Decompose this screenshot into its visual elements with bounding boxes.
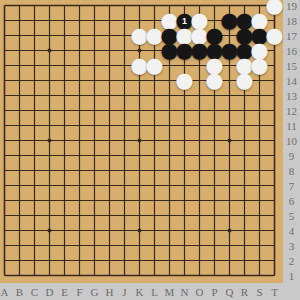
intersection-T13[interactable] xyxy=(267,88,282,103)
intersection-P4[interactable] xyxy=(207,223,222,238)
intersection-O4[interactable] xyxy=(192,223,207,238)
intersection-B19[interactable] xyxy=(12,0,27,13)
intersection-D1[interactable] xyxy=(42,268,57,283)
intersection-N17[interactable]: ● xyxy=(177,28,192,43)
intersection-N16[interactable]: ● xyxy=(177,43,192,58)
intersection-P14[interactable]: ● xyxy=(207,73,222,88)
intersection-M6[interactable] xyxy=(162,193,177,208)
intersection-S9[interactable] xyxy=(252,148,267,163)
intersection-T5[interactable] xyxy=(267,208,282,223)
intersection-S1[interactable] xyxy=(252,268,267,283)
intersection-E15[interactable] xyxy=(57,58,72,73)
intersection-E18[interactable] xyxy=(57,13,72,28)
intersection-M12[interactable] xyxy=(162,103,177,118)
intersection-J13[interactable] xyxy=(117,88,132,103)
intersection-A7[interactable] xyxy=(0,178,12,193)
intersection-S5[interactable] xyxy=(252,208,267,223)
intersection-A6[interactable] xyxy=(0,193,12,208)
intersection-D19[interactable] xyxy=(42,0,57,13)
intersection-C2[interactable] xyxy=(27,253,42,268)
intersection-A19[interactable] xyxy=(0,0,12,13)
intersection-K8[interactable] xyxy=(132,163,147,178)
intersection-C18[interactable] xyxy=(27,13,42,28)
intersection-L6[interactable] xyxy=(147,193,162,208)
intersection-R4[interactable] xyxy=(237,223,252,238)
intersection-E6[interactable] xyxy=(57,193,72,208)
intersection-D10[interactable] xyxy=(42,133,57,148)
intersection-F9[interactable] xyxy=(72,148,87,163)
intersection-S19[interactable] xyxy=(252,0,267,13)
intersection-S11[interactable] xyxy=(252,118,267,133)
intersection-B18[interactable] xyxy=(12,13,27,28)
intersection-N19[interactable] xyxy=(177,0,192,13)
intersection-J16[interactable] xyxy=(117,43,132,58)
intersection-A15[interactable] xyxy=(0,58,12,73)
intersection-F11[interactable] xyxy=(72,118,87,133)
intersection-Q16[interactable]: ● xyxy=(222,43,237,58)
intersection-H10[interactable] xyxy=(102,133,117,148)
intersection-C17[interactable] xyxy=(27,28,42,43)
intersection-D11[interactable] xyxy=(42,118,57,133)
intersection-N6[interactable] xyxy=(177,193,192,208)
intersection-D4[interactable] xyxy=(42,223,57,238)
intersection-O7[interactable] xyxy=(192,178,207,193)
intersection-R1[interactable] xyxy=(237,268,252,283)
intersection-J19[interactable] xyxy=(117,0,132,13)
intersection-S3[interactable] xyxy=(252,238,267,253)
intersection-B16[interactable] xyxy=(12,43,27,58)
intersection-N1[interactable] xyxy=(177,268,192,283)
intersection-T4[interactable] xyxy=(267,223,282,238)
intersection-J15[interactable] xyxy=(117,58,132,73)
intersection-D7[interactable] xyxy=(42,178,57,193)
intersection-C7[interactable] xyxy=(27,178,42,193)
intersection-L11[interactable] xyxy=(147,118,162,133)
intersection-P18[interactable] xyxy=(207,13,222,28)
intersection-G6[interactable] xyxy=(87,193,102,208)
intersection-M11[interactable] xyxy=(162,118,177,133)
intersection-L3[interactable] xyxy=(147,238,162,253)
intersection-D8[interactable] xyxy=(42,163,57,178)
intersection-C1[interactable] xyxy=(27,268,42,283)
intersection-A11[interactable] xyxy=(0,118,12,133)
intersection-M19[interactable] xyxy=(162,0,177,13)
intersection-T1[interactable] xyxy=(267,268,282,283)
intersection-D6[interactable] xyxy=(42,193,57,208)
intersection-M2[interactable] xyxy=(162,253,177,268)
intersection-T7[interactable] xyxy=(267,178,282,193)
intersection-B9[interactable] xyxy=(12,148,27,163)
intersection-H4[interactable] xyxy=(102,223,117,238)
intersection-J18[interactable] xyxy=(117,13,132,28)
intersection-D3[interactable] xyxy=(42,238,57,253)
intersection-H9[interactable] xyxy=(102,148,117,163)
intersection-B15[interactable] xyxy=(12,58,27,73)
intersection-G17[interactable] xyxy=(87,28,102,43)
intersection-Q5[interactable] xyxy=(222,208,237,223)
intersection-G19[interactable] xyxy=(87,0,102,13)
intersection-N9[interactable] xyxy=(177,148,192,163)
intersection-E13[interactable] xyxy=(57,88,72,103)
intersection-R13[interactable] xyxy=(237,88,252,103)
intersection-K9[interactable] xyxy=(132,148,147,163)
intersection-P1[interactable] xyxy=(207,268,222,283)
intersection-T11[interactable] xyxy=(267,118,282,133)
intersection-F19[interactable] xyxy=(72,0,87,13)
intersection-T2[interactable] xyxy=(267,253,282,268)
intersection-J4[interactable] xyxy=(117,223,132,238)
intersection-S2[interactable] xyxy=(252,253,267,268)
intersection-L15[interactable]: ● xyxy=(147,58,162,73)
intersection-C4[interactable] xyxy=(27,223,42,238)
intersection-C14[interactable] xyxy=(27,73,42,88)
intersection-D16[interactable] xyxy=(42,43,57,58)
intersection-Q4[interactable] xyxy=(222,223,237,238)
intersection-L2[interactable] xyxy=(147,253,162,268)
intersection-C13[interactable] xyxy=(27,88,42,103)
intersection-H16[interactable] xyxy=(102,43,117,58)
intersection-K13[interactable] xyxy=(132,88,147,103)
intersection-A10[interactable] xyxy=(0,133,12,148)
intersection-H7[interactable] xyxy=(102,178,117,193)
intersection-A18[interactable] xyxy=(0,13,12,28)
intersection-N8[interactable] xyxy=(177,163,192,178)
intersection-S13[interactable] xyxy=(252,88,267,103)
intersection-D14[interactable] xyxy=(42,73,57,88)
intersection-A8[interactable] xyxy=(0,163,12,178)
intersection-E16[interactable] xyxy=(57,43,72,58)
intersection-E10[interactable] xyxy=(57,133,72,148)
intersection-A9[interactable] xyxy=(0,148,12,163)
intersection-J12[interactable] xyxy=(117,103,132,118)
intersection-Q19[interactable] xyxy=(222,0,237,13)
intersection-N5[interactable] xyxy=(177,208,192,223)
intersection-E11[interactable] xyxy=(57,118,72,133)
intersection-P2[interactable] xyxy=(207,253,222,268)
intersection-P7[interactable] xyxy=(207,178,222,193)
intersection-F2[interactable] xyxy=(72,253,87,268)
intersection-L7[interactable] xyxy=(147,178,162,193)
intersection-G8[interactable] xyxy=(87,163,102,178)
intersection-L17[interactable]: ● xyxy=(147,28,162,43)
intersection-J17[interactable] xyxy=(117,28,132,43)
intersection-K5[interactable] xyxy=(132,208,147,223)
intersection-P8[interactable] xyxy=(207,163,222,178)
intersection-Q12[interactable] xyxy=(222,103,237,118)
intersection-N15[interactable] xyxy=(177,58,192,73)
intersection-G2[interactable] xyxy=(87,253,102,268)
intersection-R8[interactable] xyxy=(237,163,252,178)
intersection-L19[interactable] xyxy=(147,0,162,13)
intersection-D2[interactable] xyxy=(42,253,57,268)
intersection-E4[interactable] xyxy=(57,223,72,238)
intersection-R7[interactable] xyxy=(237,178,252,193)
intersection-O19[interactable] xyxy=(192,0,207,13)
intersection-A13[interactable] xyxy=(0,88,12,103)
intersection-E19[interactable] xyxy=(57,0,72,13)
intersection-S14[interactable] xyxy=(252,73,267,88)
intersection-B7[interactable] xyxy=(12,178,27,193)
intersection-P15[interactable]: ● xyxy=(207,58,222,73)
intersection-N11[interactable] xyxy=(177,118,192,133)
intersection-L4[interactable] xyxy=(147,223,162,238)
intersection-N10[interactable] xyxy=(177,133,192,148)
intersection-Q17[interactable] xyxy=(222,28,237,43)
intersection-O12[interactable] xyxy=(192,103,207,118)
intersection-A3[interactable] xyxy=(0,238,12,253)
intersection-D12[interactable] xyxy=(42,103,57,118)
intersection-Q18[interactable]: ● xyxy=(222,13,237,28)
intersection-C16[interactable] xyxy=(27,43,42,58)
intersection-C15[interactable] xyxy=(27,58,42,73)
intersection-Q6[interactable] xyxy=(222,193,237,208)
intersection-B14[interactable] xyxy=(12,73,27,88)
intersection-E2[interactable] xyxy=(57,253,72,268)
intersection-P16[interactable]: ● xyxy=(207,43,222,58)
intersection-Q8[interactable] xyxy=(222,163,237,178)
intersection-S4[interactable] xyxy=(252,223,267,238)
intersection-B3[interactable] xyxy=(12,238,27,253)
intersection-L10[interactable] xyxy=(147,133,162,148)
intersection-M17[interactable]: ● xyxy=(162,28,177,43)
intersection-R5[interactable] xyxy=(237,208,252,223)
intersection-O16[interactable]: ● xyxy=(192,43,207,58)
intersection-Q11[interactable] xyxy=(222,118,237,133)
intersection-F8[interactable] xyxy=(72,163,87,178)
intersection-K12[interactable] xyxy=(132,103,147,118)
intersection-H6[interactable] xyxy=(102,193,117,208)
intersection-T12[interactable] xyxy=(267,103,282,118)
intersection-O6[interactable] xyxy=(192,193,207,208)
intersection-F1[interactable] xyxy=(72,268,87,283)
intersection-G13[interactable] xyxy=(87,88,102,103)
intersection-P19[interactable] xyxy=(207,0,222,13)
intersection-D5[interactable] xyxy=(42,208,57,223)
intersection-J10[interactable] xyxy=(117,133,132,148)
intersection-T16[interactable] xyxy=(267,43,282,58)
intersection-P13[interactable] xyxy=(207,88,222,103)
intersection-H14[interactable] xyxy=(102,73,117,88)
intersection-G15[interactable] xyxy=(87,58,102,73)
intersection-G16[interactable] xyxy=(87,43,102,58)
intersection-B5[interactable] xyxy=(12,208,27,223)
intersection-S8[interactable] xyxy=(252,163,267,178)
intersection-S16[interactable]: ● xyxy=(252,43,267,58)
intersection-N2[interactable] xyxy=(177,253,192,268)
intersection-G5[interactable] xyxy=(87,208,102,223)
intersection-L5[interactable] xyxy=(147,208,162,223)
intersection-Q7[interactable] xyxy=(222,178,237,193)
intersection-P12[interactable] xyxy=(207,103,222,118)
intersection-T19[interactable]: ● xyxy=(267,0,282,13)
intersection-R2[interactable] xyxy=(237,253,252,268)
intersection-F15[interactable] xyxy=(72,58,87,73)
intersection-J2[interactable] xyxy=(117,253,132,268)
intersection-B17[interactable] xyxy=(12,28,27,43)
intersection-M3[interactable] xyxy=(162,238,177,253)
intersection-M10[interactable] xyxy=(162,133,177,148)
intersection-G7[interactable] xyxy=(87,178,102,193)
intersection-C5[interactable] xyxy=(27,208,42,223)
intersection-R15[interactable]: ● xyxy=(237,58,252,73)
intersection-G12[interactable] xyxy=(87,103,102,118)
intersection-A14[interactable] xyxy=(0,73,12,88)
intersection-B11[interactable] xyxy=(12,118,27,133)
intersection-K17[interactable]: ● xyxy=(132,28,147,43)
intersection-J11[interactable] xyxy=(117,118,132,133)
intersection-D13[interactable] xyxy=(42,88,57,103)
intersection-H2[interactable] xyxy=(102,253,117,268)
intersection-M9[interactable] xyxy=(162,148,177,163)
intersection-F10[interactable] xyxy=(72,133,87,148)
intersection-S17[interactable]: ● xyxy=(252,28,267,43)
intersection-G4[interactable] xyxy=(87,223,102,238)
intersection-P9[interactable] xyxy=(207,148,222,163)
intersection-R9[interactable] xyxy=(237,148,252,163)
intersection-M15[interactable] xyxy=(162,58,177,73)
intersection-B10[interactable] xyxy=(12,133,27,148)
intersection-T14[interactable] xyxy=(267,73,282,88)
intersection-K6[interactable] xyxy=(132,193,147,208)
intersection-C10[interactable] xyxy=(27,133,42,148)
intersection-C9[interactable] xyxy=(27,148,42,163)
intersection-R11[interactable] xyxy=(237,118,252,133)
intersection-C19[interactable] xyxy=(27,0,42,13)
intersection-T3[interactable] xyxy=(267,238,282,253)
intersection-G14[interactable] xyxy=(87,73,102,88)
intersection-T9[interactable] xyxy=(267,148,282,163)
intersection-E5[interactable] xyxy=(57,208,72,223)
intersection-E3[interactable] xyxy=(57,238,72,253)
intersection-R19[interactable] xyxy=(237,0,252,13)
intersection-O3[interactable] xyxy=(192,238,207,253)
intersection-T8[interactable] xyxy=(267,163,282,178)
intersection-N13[interactable] xyxy=(177,88,192,103)
intersection-O2[interactable] xyxy=(192,253,207,268)
intersection-R14[interactable]: ● xyxy=(237,73,252,88)
intersection-N7[interactable] xyxy=(177,178,192,193)
intersection-K4[interactable] xyxy=(132,223,147,238)
intersection-S12[interactable] xyxy=(252,103,267,118)
intersection-K1[interactable] xyxy=(132,268,147,283)
intersection-F13[interactable] xyxy=(72,88,87,103)
intersection-B2[interactable] xyxy=(12,253,27,268)
intersection-Q13[interactable] xyxy=(222,88,237,103)
intersection-J3[interactable] xyxy=(117,238,132,253)
intersection-K14[interactable] xyxy=(132,73,147,88)
intersection-B13[interactable] xyxy=(12,88,27,103)
intersection-Q10[interactable] xyxy=(222,133,237,148)
intersection-N4[interactable] xyxy=(177,223,192,238)
intersection-F5[interactable] xyxy=(72,208,87,223)
intersection-J9[interactable] xyxy=(117,148,132,163)
intersection-E9[interactable] xyxy=(57,148,72,163)
intersection-D18[interactable] xyxy=(42,13,57,28)
intersection-Q15[interactable] xyxy=(222,58,237,73)
intersection-A2[interactable] xyxy=(0,253,12,268)
intersection-K7[interactable] xyxy=(132,178,147,193)
intersection-J6[interactable] xyxy=(117,193,132,208)
intersection-G18[interactable] xyxy=(87,13,102,28)
intersection-O14[interactable] xyxy=(192,73,207,88)
intersection-O15[interactable] xyxy=(192,58,207,73)
intersection-D17[interactable] xyxy=(42,28,57,43)
intersection-L18[interactable] xyxy=(147,13,162,28)
intersection-F17[interactable] xyxy=(72,28,87,43)
intersection-A5[interactable] xyxy=(0,208,12,223)
intersection-T15[interactable] xyxy=(267,58,282,73)
intersection-S7[interactable] xyxy=(252,178,267,193)
intersection-Q2[interactable] xyxy=(222,253,237,268)
intersection-L16[interactable] xyxy=(147,43,162,58)
intersection-F12[interactable] xyxy=(72,103,87,118)
intersection-K16[interactable] xyxy=(132,43,147,58)
intersection-L12[interactable] xyxy=(147,103,162,118)
intersection-O9[interactable] xyxy=(192,148,207,163)
intersection-O5[interactable] xyxy=(192,208,207,223)
intersection-C3[interactable] xyxy=(27,238,42,253)
intersection-R16[interactable]: ● xyxy=(237,43,252,58)
intersection-H13[interactable] xyxy=(102,88,117,103)
intersection-D15[interactable] xyxy=(42,58,57,73)
intersection-N14[interactable]: ● xyxy=(177,73,192,88)
intersection-B8[interactable] xyxy=(12,163,27,178)
intersection-A1[interactable] xyxy=(0,268,12,283)
intersection-E14[interactable] xyxy=(57,73,72,88)
intersection-F3[interactable] xyxy=(72,238,87,253)
intersection-E12[interactable] xyxy=(57,103,72,118)
intersection-H19[interactable] xyxy=(102,0,117,13)
intersection-M18[interactable]: ● xyxy=(162,13,177,28)
intersection-R18[interactable]: ● xyxy=(237,13,252,28)
intersection-M13[interactable] xyxy=(162,88,177,103)
intersection-H3[interactable] xyxy=(102,238,117,253)
intersection-J5[interactable] xyxy=(117,208,132,223)
intersection-H8[interactable] xyxy=(102,163,117,178)
intersection-K15[interactable]: ● xyxy=(132,58,147,73)
intersection-B6[interactable] xyxy=(12,193,27,208)
intersection-J14[interactable] xyxy=(117,73,132,88)
intersection-P17[interactable]: ● xyxy=(207,28,222,43)
intersection-K19[interactable] xyxy=(132,0,147,13)
intersection-N12[interactable] xyxy=(177,103,192,118)
intersection-K2[interactable] xyxy=(132,253,147,268)
intersection-O10[interactable] xyxy=(192,133,207,148)
intersection-F4[interactable] xyxy=(72,223,87,238)
intersection-N3[interactable] xyxy=(177,238,192,253)
intersection-R6[interactable] xyxy=(237,193,252,208)
intersection-Q14[interactable] xyxy=(222,73,237,88)
intersection-O18[interactable]: ● xyxy=(192,13,207,28)
intersection-G9[interactable] xyxy=(87,148,102,163)
intersection-H18[interactable] xyxy=(102,13,117,28)
intersection-R17[interactable]: ● xyxy=(237,28,252,43)
intersection-J1[interactable] xyxy=(117,268,132,283)
intersection-L8[interactable] xyxy=(147,163,162,178)
intersection-C12[interactable] xyxy=(27,103,42,118)
intersection-P5[interactable] xyxy=(207,208,222,223)
intersection-H17[interactable] xyxy=(102,28,117,43)
intersection-R12[interactable] xyxy=(237,103,252,118)
intersection-E1[interactable] xyxy=(57,268,72,283)
intersection-B4[interactable] xyxy=(12,223,27,238)
intersection-K3[interactable] xyxy=(132,238,147,253)
intersection-L13[interactable] xyxy=(147,88,162,103)
intersection-J8[interactable] xyxy=(117,163,132,178)
intersection-A12[interactable] xyxy=(0,103,12,118)
intersection-T6[interactable] xyxy=(267,193,282,208)
intersection-E8[interactable] xyxy=(57,163,72,178)
